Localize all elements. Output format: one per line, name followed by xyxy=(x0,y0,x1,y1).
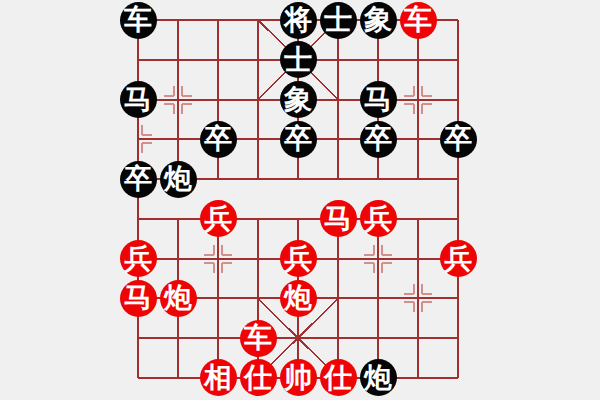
piece-black-elephant[interactable]: 象 xyxy=(360,2,397,39)
piece-red-horse[interactable]: 马 xyxy=(120,280,157,317)
piece-black-elephant[interactable]: 象 xyxy=(280,81,317,118)
piece-red-soldier[interactable]: 兵 xyxy=(200,200,237,237)
piece-red-soldier[interactable]: 兵 xyxy=(120,240,157,277)
piece-red-advisor[interactable]: 仕 xyxy=(240,359,277,396)
piece-red-general[interactable]: 帅 xyxy=(280,359,317,396)
piece-black-chariot[interactable]: 车 xyxy=(120,2,157,39)
piece-red-soldier[interactable]: 兵 xyxy=(280,240,317,277)
piece-black-cannon[interactable]: 炮 xyxy=(360,359,397,396)
piece-red-cannon[interactable]: 炮 xyxy=(160,280,197,317)
piece-black-general[interactable]: 将 xyxy=(280,2,317,39)
piece-black-horse[interactable]: 马 xyxy=(360,81,397,118)
piece-black-horse[interactable]: 马 xyxy=(120,81,157,118)
piece-red-advisor[interactable]: 仕 xyxy=(320,359,357,396)
piece-red-chariot[interactable]: 车 xyxy=(400,2,437,39)
piece-black-soldier[interactable]: 卒 xyxy=(200,121,237,158)
piece-red-elephant[interactable]: 相 xyxy=(200,359,237,396)
piece-black-advisor[interactable]: 士 xyxy=(280,41,317,78)
piece-black-cannon[interactable]: 炮 xyxy=(160,161,197,198)
xiangqi-board: 车将士象车士马象马卒卒卒卒卒炮兵马兵兵兵兵马炮炮车相仕帅仕炮 xyxy=(0,0,600,400)
piece-black-advisor[interactable]: 士 xyxy=(320,2,357,39)
piece-red-chariot[interactable]: 车 xyxy=(240,320,277,357)
piece-black-soldier[interactable]: 卒 xyxy=(440,121,477,158)
piece-black-soldier[interactable]: 卒 xyxy=(280,121,317,158)
piece-black-soldier[interactable]: 卒 xyxy=(120,161,157,198)
piece-red-cannon[interactable]: 炮 xyxy=(280,280,317,317)
piece-red-soldier[interactable]: 兵 xyxy=(440,240,477,277)
piece-red-soldier[interactable]: 兵 xyxy=(360,200,397,237)
piece-black-soldier[interactable]: 卒 xyxy=(360,121,397,158)
piece-red-horse[interactable]: 马 xyxy=(320,200,357,237)
